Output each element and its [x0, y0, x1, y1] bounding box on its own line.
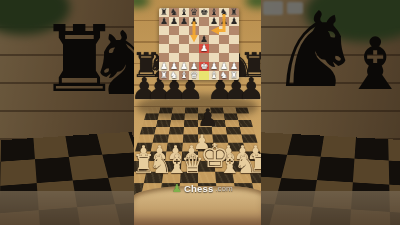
chesscom-watermark: ♟ Chess .com	[172, 183, 233, 194]
square-b4	[169, 44, 179, 53]
square-h1: ♜	[229, 71, 239, 80]
square-a4	[159, 44, 169, 53]
square-c1: ♝	[179, 71, 189, 80]
blurred-side-panel-right: ♞♝	[261, 0, 400, 225]
table-slab-edge	[0, 191, 134, 225]
square-g4	[219, 44, 229, 53]
square-b6	[169, 26, 179, 35]
photo-black-pawn-e5: ♟	[197, 106, 219, 130]
watermark-suffix-text: .com	[215, 184, 232, 193]
chesscom-pawn-logo-icon: ♟	[172, 183, 182, 194]
blurred-black-knight: ♞	[86, 20, 134, 108]
square-c5	[179, 35, 189, 44]
white-bishop-c1: ♝	[180, 71, 188, 80]
square-f7: ♟	[209, 17, 219, 26]
blurred-side-panel-left: ♜♞	[0, 0, 134, 225]
digital-chessboard-overlay: ♜♞♝♛♚♝♞♜♟♟♟♟♟♟♟♟♟♟♟♟♟♚♟♟♟♜♞♝♛♝♞♜	[159, 8, 239, 80]
white-knight-g1: ♞	[220, 71, 228, 80]
square-f4	[209, 44, 219, 53]
square-d4	[189, 44, 199, 53]
black-king-e8: ♚	[200, 8, 208, 17]
white-knight-b1: ♞	[170, 71, 178, 80]
white-bishop-f1: ♝	[210, 71, 218, 80]
square-g7: ♟	[219, 17, 229, 26]
square-e4: ♟	[199, 44, 209, 53]
black-pawn-c7: ♟	[180, 17, 188, 26]
square-d7: ♟	[189, 17, 199, 26]
square-h4	[229, 44, 239, 53]
square-b7: ♟	[169, 17, 179, 26]
photo-black-pawn-rank7: ♟	[238, 74, 261, 104]
white-king-e2: ♚	[200, 62, 208, 71]
square-d1: ♛	[189, 71, 199, 80]
square-d5	[189, 35, 199, 44]
square-b1: ♞	[169, 71, 179, 80]
black-pawn-d7: ♟	[190, 17, 198, 26]
white-rook-a1: ♜	[160, 71, 168, 80]
blurred-scene-left: ♜♞	[0, 0, 134, 225]
video-frame: ♜♞ ♞♝ ♜♞♝♛♚♝♞♜♟♟♟♟♟♟♟♟♟♟♟♟♟♟♟♜♞♝♛♝♞♜♟♚ ♜…	[0, 0, 400, 225]
black-pawn-f7: ♟	[210, 17, 218, 26]
square-e1	[199, 71, 209, 80]
square-a6	[159, 26, 169, 35]
square-a1: ♜	[159, 71, 169, 80]
square-c4	[179, 44, 189, 53]
square-g6	[219, 26, 229, 35]
black-pawn-h7: ♟	[230, 17, 238, 26]
white-pawn-e4: ♟	[200, 44, 208, 53]
table-slab-edge	[261, 191, 400, 225]
photo-white-king-e2: ♚	[200, 139, 230, 172]
black-pawn-b7: ♟	[170, 17, 178, 26]
square-d6	[189, 26, 199, 35]
square-f1: ♝	[209, 71, 219, 80]
white-queen-d1: ♛	[190, 71, 198, 80]
square-b5	[169, 35, 179, 44]
watermark-brand-text: Chess	[184, 183, 214, 194]
blurred-black-bishop: ♝	[343, 28, 400, 100]
vertical-video-strip: ♜♞♝♛♚♝♞♜♟♟♟♟♟♟♟♟♟♟♟♟♟♟♟♜♞♝♛♝♞♜♟♚ ♜♞♝♛♚♝♞…	[134, 0, 261, 225]
square-h7: ♟	[229, 17, 239, 26]
square-e8: ♚	[199, 8, 209, 17]
square-f5	[209, 35, 219, 44]
square-a5	[159, 35, 169, 44]
square-g1: ♞	[219, 71, 229, 80]
square-h5	[229, 35, 239, 44]
white-rook-h1: ♜	[230, 71, 238, 80]
square-g5	[219, 35, 229, 44]
photo-white-r-rank1: ♜	[248, 151, 261, 177]
square-f6	[209, 26, 219, 35]
square-c7: ♟	[179, 17, 189, 26]
blurred-scene-right: ♞♝	[261, 0, 400, 225]
square-a7: ♟	[159, 17, 169, 26]
square-e7	[199, 17, 209, 26]
square-c6	[179, 26, 189, 35]
black-pawn-a7: ♟	[160, 17, 168, 26]
black-pawn-g7: ♟	[220, 17, 228, 26]
square-e2: ♚	[199, 62, 209, 71]
square-h6	[229, 26, 239, 35]
